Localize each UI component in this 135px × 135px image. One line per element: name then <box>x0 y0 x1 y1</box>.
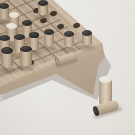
black-peg-end <box>64 31 74 37</box>
photo-scene <box>0 0 135 135</box>
peg-shadow <box>78 45 95 50</box>
black-peg-end <box>82 30 92 36</box>
black-peg-end <box>38 0 48 6</box>
peg-shadow <box>60 47 77 52</box>
peg-lying-on-table[interactable] <box>92 100 120 117</box>
black-peg-end <box>0 35 10 41</box>
peg-shadow <box>16 66 35 71</box>
white-peg-end <box>9 12 19 18</box>
peg-shadow <box>34 15 51 20</box>
peg-black-end-up[interactable] <box>38 0 48 18</box>
white-peg-end <box>6 23 17 29</box>
white-peg-end <box>99 76 112 83</box>
black-peg-end <box>20 46 32 52</box>
peg-black-end-up[interactable] <box>44 29 54 49</box>
black-peg-end <box>14 34 25 40</box>
peg-black-end-up[interactable] <box>0 3 9 22</box>
peg-black-end-up[interactable] <box>1 47 13 71</box>
black-peg-end <box>22 20 32 26</box>
peg-black-end-up[interactable] <box>64 31 74 50</box>
peg-shadow <box>0 68 16 73</box>
black-peg-end <box>44 29 54 35</box>
peg-black-end-up[interactable] <box>82 30 92 48</box>
peg-shadow <box>40 46 57 51</box>
black-peg-end <box>1 47 13 54</box>
peg-black-end-up[interactable] <box>20 46 32 69</box>
